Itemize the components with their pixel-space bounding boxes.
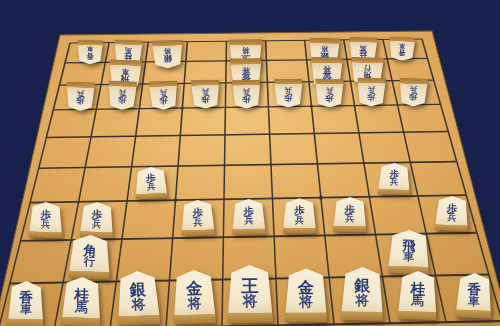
shogi-photo-scene: 香車桂馬銀将玉将銀将桂馬香車飛車金将金将角行歩兵歩兵歩兵歩兵歩兵歩兵歩兵歩兵歩兵… xyxy=(0,0,500,326)
shogi-board xyxy=(0,0,500,326)
